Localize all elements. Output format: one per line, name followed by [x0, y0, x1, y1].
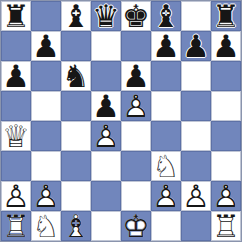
square-h3[interactable]: [211, 151, 241, 181]
square-f4[interactable]: [151, 121, 181, 151]
square-g1[interactable]: [181, 211, 211, 241]
square-f8[interactable]: ♝︎: [151, 1, 181, 31]
white-pawn-outline-icon: ♙︎: [181, 181, 211, 211]
white-pawn-outline-icon: ♙︎: [31, 181, 61, 211]
piece-black-pawn: ♟︎: [91, 91, 121, 121]
piece-white-pawn: ♟︎♙︎: [211, 181, 241, 211]
square-g5[interactable]: [181, 91, 211, 121]
square-e4[interactable]: [121, 121, 151, 151]
white-queen-outline-icon: ♕︎: [1, 121, 31, 151]
black-pawn-icon: ♟︎: [151, 31, 181, 61]
square-f5[interactable]: [151, 91, 181, 121]
piece-black-pawn: ♟︎: [31, 31, 61, 61]
square-a5[interactable]: [1, 91, 31, 121]
square-e7[interactable]: [121, 31, 151, 61]
black-queen-icon: ♛︎: [91, 1, 121, 31]
white-pawn-outline-icon: ♙︎: [1, 181, 31, 211]
piece-white-pawn: ♟︎♙︎: [31, 181, 61, 211]
square-a3[interactable]: [1, 151, 31, 181]
square-d7[interactable]: [91, 31, 121, 61]
black-pawn-icon: ♟︎: [181, 31, 211, 61]
black-pawn-icon: ♟︎: [211, 31, 241, 61]
piece-black-pawn: ♟︎: [121, 61, 151, 91]
square-c4[interactable]: [61, 121, 91, 151]
white-king-outline-icon: ♔︎: [121, 211, 151, 241]
piece-white-pawn: ♟︎♙︎: [151, 181, 181, 211]
square-b2[interactable]: ♟︎♙︎: [31, 181, 61, 211]
square-b6[interactable]: [31, 61, 61, 91]
white-rook-outline-icon: ♖︎: [1, 211, 31, 241]
square-g2[interactable]: ♟︎♙︎: [181, 181, 211, 211]
square-g4[interactable]: [181, 121, 211, 151]
piece-white-rook: ♜︎♖︎: [211, 211, 241, 241]
square-a8[interactable]: ♜︎: [1, 1, 31, 31]
square-a1[interactable]: ♜︎♖︎: [1, 211, 31, 241]
black-king-icon: ♚︎: [121, 1, 151, 31]
square-b8[interactable]: [31, 1, 61, 31]
white-pawn-outline-icon: ♙︎: [121, 91, 151, 121]
black-pawn-icon: ♟︎: [121, 61, 151, 91]
square-c7[interactable]: [61, 31, 91, 61]
square-a6[interactable]: ♟︎: [1, 61, 31, 91]
square-h6[interactable]: [211, 61, 241, 91]
square-h2[interactable]: ♟︎♙︎: [211, 181, 241, 211]
square-e8[interactable]: ♚︎: [121, 1, 151, 31]
white-pawn-outline-icon: ♙︎: [211, 181, 241, 211]
black-pawn-icon: ♟︎: [31, 31, 61, 61]
square-b4[interactable]: [31, 121, 61, 151]
square-h1[interactable]: ♜︎♖︎: [211, 211, 241, 241]
black-rook-icon: ♜︎: [211, 1, 241, 31]
piece-black-queen: ♛︎: [91, 1, 121, 31]
square-f6[interactable]: [151, 61, 181, 91]
square-h8[interactable]: ♜︎: [211, 1, 241, 31]
white-pawn-outline-icon: ♙︎: [151, 181, 181, 211]
piece-white-queen: ♛︎♕︎: [1, 121, 31, 151]
piece-black-pawn: ♟︎: [211, 31, 241, 61]
piece-white-pawn: ♟︎♙︎: [181, 181, 211, 211]
square-c5[interactable]: [61, 91, 91, 121]
piece-black-bishop: ♝︎: [61, 1, 91, 31]
square-b7[interactable]: ♟︎: [31, 31, 61, 61]
square-c1[interactable]: ♝︎♗︎: [61, 211, 91, 241]
piece-black-pawn: ♟︎: [151, 31, 181, 61]
square-c2[interactable]: [61, 181, 91, 211]
square-d1[interactable]: [91, 211, 121, 241]
square-g7[interactable]: ♟︎: [181, 31, 211, 61]
piece-white-knight: ♞︎♘︎: [31, 211, 61, 241]
white-bishop-outline-icon: ♗︎: [61, 211, 91, 241]
square-g6[interactable]: [181, 61, 211, 91]
piece-white-rook: ♜︎♖︎: [1, 211, 31, 241]
white-knight-outline-icon: ♘︎: [151, 151, 181, 181]
black-rook-icon: ♜︎: [1, 1, 31, 31]
square-b1[interactable]: ♞︎♘︎: [31, 211, 61, 241]
piece-black-rook: ♜︎: [211, 1, 241, 31]
piece-white-pawn: ♟︎♙︎: [1, 181, 31, 211]
piece-black-pawn: ♟︎: [1, 61, 31, 91]
square-d2[interactable]: [91, 181, 121, 211]
piece-white-pawn: ♟︎♙︎: [91, 121, 121, 151]
square-a2[interactable]: ♟︎♙︎: [1, 181, 31, 211]
square-g3[interactable]: [181, 151, 211, 181]
square-f1[interactable]: [151, 211, 181, 241]
square-e2[interactable]: [121, 181, 151, 211]
black-bishop-icon: ♝︎: [151, 1, 181, 31]
square-h7[interactable]: ♟︎: [211, 31, 241, 61]
square-f7[interactable]: ♟︎: [151, 31, 181, 61]
square-b3[interactable]: [31, 151, 61, 181]
piece-white-knight: ♞︎♘︎: [151, 151, 181, 181]
square-d6[interactable]: [91, 61, 121, 91]
white-rook-outline-icon: ♖︎: [211, 211, 241, 241]
square-d8[interactable]: ♛︎: [91, 1, 121, 31]
square-g8[interactable]: [181, 1, 211, 31]
square-f2[interactable]: ♟︎♙︎: [151, 181, 181, 211]
black-pawn-icon: ♟︎: [91, 91, 121, 121]
white-knight-outline-icon: ♘︎: [31, 211, 61, 241]
square-h5[interactable]: [211, 91, 241, 121]
square-d3[interactable]: [91, 151, 121, 181]
square-e1[interactable]: ♚︎♔︎: [121, 211, 151, 241]
square-e6[interactable]: ♟︎: [121, 61, 151, 91]
piece-black-rook: ♜︎: [1, 1, 31, 31]
square-a4[interactable]: ♛︎♕︎: [1, 121, 31, 151]
square-c8[interactable]: ♝︎: [61, 1, 91, 31]
black-pawn-icon: ♟︎: [1, 61, 31, 91]
square-d4[interactable]: ♟︎♙︎: [91, 121, 121, 151]
square-e5[interactable]: ♟︎♙︎: [121, 91, 151, 121]
square-e3[interactable]: [121, 151, 151, 181]
chess-board: ♜︎♝︎♛︎♚︎♝︎♜︎♟︎♟︎♟︎♟︎♟︎♞︎♟︎♟︎♟︎♙︎♛︎♕︎♟︎♙︎…: [0, 0, 242, 242]
square-a7[interactable]: [1, 31, 31, 61]
piece-black-bishop: ♝︎: [151, 1, 181, 31]
square-h4[interactable]: [211, 121, 241, 151]
square-c3[interactable]: [61, 151, 91, 181]
black-knight-icon: ♞︎: [61, 61, 91, 91]
white-pawn-outline-icon: ♙︎: [91, 121, 121, 151]
piece-white-king: ♚︎♔︎: [121, 211, 151, 241]
piece-black-knight: ♞︎: [61, 61, 91, 91]
piece-black-king: ♚︎: [121, 1, 151, 31]
square-b5[interactable]: [31, 91, 61, 121]
square-f3[interactable]: ♞︎♘︎: [151, 151, 181, 181]
black-bishop-icon: ♝︎: [61, 1, 91, 31]
piece-black-pawn: ♟︎: [181, 31, 211, 61]
square-c6[interactable]: ♞︎: [61, 61, 91, 91]
square-d5[interactable]: ♟︎: [91, 91, 121, 121]
piece-white-bishop: ♝︎♗︎: [61, 211, 91, 241]
piece-white-pawn: ♟︎♙︎: [121, 91, 151, 121]
